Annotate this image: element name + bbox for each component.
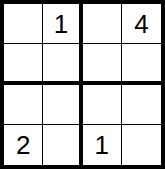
sudoku-cell-r1c2[interactable]: 1 <box>43 4 82 44</box>
sudoku-cell-r3c1[interactable] <box>4 85 43 125</box>
sudoku-cell-r4c2[interactable] <box>43 125 82 165</box>
sudoku-board: 1 4 2 1 <box>0 0 165 169</box>
sudoku-cell-r2c3[interactable] <box>83 44 122 84</box>
sudoku-cell-r4c3[interactable]: 1 <box>83 125 122 165</box>
sudoku-cell-r3c4[interactable] <box>122 85 161 125</box>
sudoku-cell-r2c4[interactable] <box>122 44 161 84</box>
sudoku-cell-r2c1[interactable] <box>4 44 43 84</box>
sudoku-cell-r3c2[interactable] <box>43 85 82 125</box>
sudoku-cell-r1c3[interactable] <box>83 4 122 44</box>
sudoku-cell-r1c4[interactable]: 4 <box>122 4 161 44</box>
sudoku-cell-r1c1[interactable] <box>4 4 43 44</box>
sudoku-cell-r4c1[interactable]: 2 <box>4 125 43 165</box>
sudoku-cell-r4c4[interactable] <box>122 125 161 165</box>
sudoku-cell-r2c2[interactable] <box>43 44 82 84</box>
sudoku-cell-r3c3[interactable] <box>83 85 122 125</box>
